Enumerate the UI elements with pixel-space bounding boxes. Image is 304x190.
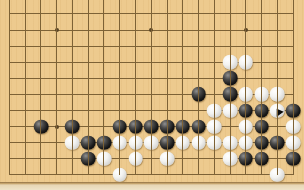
black-stone (191, 87, 206, 102)
board-intersection[interactable] (206, 135, 222, 151)
board-intersection[interactable] (175, 135, 191, 151)
board-intersection[interactable] (33, 151, 49, 167)
board-intersection[interactable] (143, 6, 159, 22)
board-intersection[interactable] (49, 119, 65, 135)
board-intersection[interactable] (17, 151, 33, 167)
white-stone (239, 55, 254, 70)
board-intersection[interactable] (2, 6, 18, 22)
board-intersection[interactable] (238, 119, 254, 135)
star-point (55, 125, 59, 129)
black-stone (81, 135, 96, 150)
board-intersection[interactable] (143, 151, 159, 167)
board-intersection[interactable] (96, 54, 112, 70)
black-stone (34, 119, 49, 134)
board-intersection[interactable] (206, 102, 222, 118)
last-move-marker-icon (277, 109, 284, 117)
board-intersection[interactable] (96, 22, 112, 38)
board-intersection[interactable] (191, 70, 207, 86)
board-intersection[interactable] (80, 86, 96, 102)
white-stone (207, 135, 222, 150)
board-intersection[interactable] (2, 38, 18, 54)
white-stone (270, 103, 285, 118)
board-intersection[interactable] (285, 167, 301, 183)
board-intersection[interactable] (238, 86, 254, 102)
board-intersection[interactable] (33, 102, 49, 118)
go-board (0, 0, 304, 190)
board-intersection[interactable] (159, 6, 175, 22)
board-intersection[interactable] (254, 151, 270, 167)
board-intersection[interactable] (112, 54, 128, 70)
board-intersection[interactable] (143, 119, 159, 135)
board-intersection[interactable] (254, 22, 270, 38)
black-stone (270, 135, 285, 150)
black-stone (144, 119, 159, 134)
board-intersection[interactable] (254, 167, 270, 183)
board-intersection[interactable] (49, 6, 65, 22)
board-intersection[interactable] (65, 6, 81, 22)
board-intersection[interactable] (33, 167, 49, 183)
board-intersection[interactable] (285, 6, 301, 22)
board-intersection[interactable] (238, 22, 254, 38)
board-intersection[interactable] (33, 38, 49, 54)
board-intersection[interactable] (159, 70, 175, 86)
board-intersection[interactable] (285, 86, 301, 102)
board-intersection[interactable] (159, 102, 175, 118)
board-intersection[interactable] (128, 151, 144, 167)
board-intersection[interactable] (65, 151, 81, 167)
board-intersection[interactable] (80, 167, 96, 183)
board-intersection[interactable] (65, 167, 81, 183)
board-intersection[interactable] (17, 70, 33, 86)
white-stone (128, 152, 143, 167)
board-intersection[interactable] (17, 6, 33, 22)
board-intersection[interactable] (270, 102, 286, 118)
white-stone (286, 119, 301, 134)
board-intersection[interactable] (222, 6, 238, 22)
white-stone (112, 168, 127, 183)
board-intersection[interactable] (159, 38, 175, 54)
white-stone (223, 135, 238, 150)
board-intersection[interactable] (206, 6, 222, 22)
board-intersection[interactable] (222, 135, 238, 151)
board-intersection[interactable] (270, 54, 286, 70)
board-intersection[interactable] (191, 151, 207, 167)
board-intersection[interactable] (175, 22, 191, 38)
board-intersection[interactable] (65, 70, 81, 86)
board-intersection[interactable] (238, 135, 254, 151)
star-point (149, 28, 153, 32)
black-stone (254, 103, 269, 118)
board-intersection[interactable] (49, 70, 65, 86)
board-intersection[interactable] (175, 6, 191, 22)
board-intersection[interactable] (96, 86, 112, 102)
board-intersection[interactable] (285, 102, 301, 118)
board-intersection[interactable] (65, 102, 81, 118)
white-stone (160, 152, 175, 167)
board-intersection[interactable] (96, 119, 112, 135)
board-intersection[interactable] (2, 119, 18, 135)
white-stone (128, 135, 143, 150)
board-intersection[interactable] (159, 54, 175, 70)
board-intersection[interactable] (17, 119, 33, 135)
board-intersection[interactable] (191, 6, 207, 22)
board-intersection[interactable] (270, 119, 286, 135)
board-intersection[interactable] (2, 22, 18, 38)
black-stone (239, 152, 254, 167)
board-intersection[interactable] (206, 54, 222, 70)
board-intersection[interactable] (80, 38, 96, 54)
board-intersection[interactable] (65, 22, 81, 38)
white-stone (286, 135, 301, 150)
black-stone (160, 135, 175, 150)
board-intersection[interactable] (112, 70, 128, 86)
board-intersection[interactable] (159, 135, 175, 151)
board-intersection[interactable] (191, 119, 207, 135)
board-intersection[interactable] (238, 6, 254, 22)
board-intersection[interactable] (65, 86, 81, 102)
board-intersection[interactable] (285, 38, 301, 54)
board-intersection[interactable] (222, 54, 238, 70)
white-stone (97, 152, 112, 167)
board-intersection[interactable] (80, 6, 96, 22)
board-intersection[interactable] (159, 119, 175, 135)
board-intersection[interactable] (254, 102, 270, 118)
board-intersection[interactable] (254, 6, 270, 22)
board-intersection[interactable] (96, 135, 112, 151)
white-stone (191, 135, 206, 150)
board-intersection[interactable] (285, 70, 301, 86)
board-intersection[interactable] (175, 102, 191, 118)
star-point (244, 28, 248, 32)
board-intersection[interactable] (17, 22, 33, 38)
board-intersection[interactable] (254, 54, 270, 70)
board-intersection[interactable] (49, 54, 65, 70)
board-intersection[interactable] (65, 135, 81, 151)
white-stone (239, 119, 254, 134)
black-stone (160, 119, 175, 134)
board-intersection[interactable] (222, 38, 238, 54)
board-intersection[interactable] (159, 167, 175, 183)
board-intersection[interactable] (191, 86, 207, 102)
white-stone (176, 135, 191, 150)
white-stone (65, 135, 80, 150)
board-intersection[interactable] (17, 38, 33, 54)
white-stone (223, 103, 238, 118)
board-intersection[interactable] (238, 54, 254, 70)
board-intersection[interactable] (33, 119, 49, 135)
board-intersection[interactable] (17, 102, 33, 118)
board-intersection[interactable] (80, 151, 96, 167)
board-intersection[interactable] (128, 6, 144, 22)
board-intersection[interactable] (2, 86, 18, 102)
board-intersection[interactable] (270, 167, 286, 183)
board-intersection[interactable] (96, 167, 112, 183)
board-intersection[interactable] (2, 54, 18, 70)
board-intersection[interactable] (2, 135, 18, 151)
board-intersection[interactable] (17, 54, 33, 70)
board-intersection[interactable] (206, 38, 222, 54)
black-stone (286, 103, 301, 118)
board-intersection[interactable] (191, 54, 207, 70)
board-intersection[interactable] (270, 38, 286, 54)
board-intersection[interactable] (191, 102, 207, 118)
go-board-grid[interactable] (2, 0, 302, 183)
board-intersection[interactable] (175, 167, 191, 183)
board-intersection[interactable] (143, 38, 159, 54)
board-intersection[interactable] (112, 167, 128, 183)
board-intersection[interactable] (285, 54, 301, 70)
white-stone (270, 87, 285, 102)
board-intersection[interactable] (80, 119, 96, 135)
board-intersection[interactable] (270, 135, 286, 151)
board-intersection[interactable] (222, 70, 238, 86)
board-intersection[interactable] (96, 151, 112, 167)
board-intersection[interactable] (128, 102, 144, 118)
board-intersection[interactable] (222, 167, 238, 183)
board-intersection[interactable] (96, 102, 112, 118)
board-intersection[interactable] (80, 70, 96, 86)
board-intersection[interactable] (33, 6, 49, 22)
board-intersection[interactable] (191, 22, 207, 38)
board-intersection[interactable] (128, 70, 144, 86)
board-intersection[interactable] (222, 86, 238, 102)
board-intersection[interactable] (96, 38, 112, 54)
board-intersection[interactable] (254, 86, 270, 102)
board-intersection[interactable] (206, 22, 222, 38)
board-intersection[interactable] (238, 38, 254, 54)
board-intersection[interactable] (159, 151, 175, 167)
board-intersection[interactable] (49, 22, 65, 38)
black-stone (286, 152, 301, 167)
white-stone (223, 152, 238, 167)
black-stone (254, 152, 269, 167)
white-stone (112, 135, 127, 150)
board-intersection[interactable] (175, 119, 191, 135)
board-intersection[interactable] (2, 70, 18, 86)
board-intersection[interactable] (159, 86, 175, 102)
white-stone (270, 168, 285, 183)
board-intersection[interactable] (2, 151, 18, 167)
black-stone (223, 87, 238, 102)
board-intersection[interactable] (128, 167, 144, 183)
board-intersection[interactable] (33, 135, 49, 151)
board-intersection[interactable] (128, 86, 144, 102)
black-stone (65, 119, 80, 134)
board-intersection[interactable] (206, 70, 222, 86)
board-intersection[interactable] (143, 86, 159, 102)
board-intersection[interactable] (270, 6, 286, 22)
board-intersection[interactable] (49, 135, 65, 151)
board-intersection[interactable] (143, 54, 159, 70)
black-stone (254, 135, 269, 150)
board-intersection[interactable] (191, 135, 207, 151)
board-intersection[interactable] (270, 22, 286, 38)
board-intersection[interactable] (285, 119, 301, 135)
board-intersection[interactable] (80, 22, 96, 38)
black-stone (239, 103, 254, 118)
white-stone (144, 135, 159, 150)
board-intersection[interactable] (80, 54, 96, 70)
black-stone (191, 119, 206, 134)
board-intersection[interactable] (128, 38, 144, 54)
board-intersection[interactable] (112, 102, 128, 118)
white-stone (239, 87, 254, 102)
board-intersection[interactable] (222, 151, 238, 167)
board-intersection[interactable] (143, 167, 159, 183)
board-intersection[interactable] (238, 167, 254, 183)
board-intersection[interactable] (206, 119, 222, 135)
board-intersection[interactable] (17, 135, 33, 151)
board-intersection[interactable] (65, 54, 81, 70)
board-intersection[interactable] (270, 70, 286, 86)
board-intersection[interactable] (112, 6, 128, 22)
board-intersection[interactable] (112, 119, 128, 135)
board-intersection[interactable] (96, 70, 112, 86)
board-intersection[interactable] (96, 6, 112, 22)
board-intersection[interactable] (175, 151, 191, 167)
board-intersection[interactable] (143, 22, 159, 38)
white-stone (239, 135, 254, 150)
board-intersection[interactable] (270, 151, 286, 167)
board-intersection[interactable] (49, 38, 65, 54)
board-intersection[interactable] (49, 86, 65, 102)
board-intersection[interactable] (238, 151, 254, 167)
board-intersection[interactable] (285, 151, 301, 167)
board-intersection[interactable] (238, 102, 254, 118)
board-intersection[interactable] (285, 135, 301, 151)
board-intersection[interactable] (222, 102, 238, 118)
board-intersection[interactable] (238, 70, 254, 86)
white-stone (223, 55, 238, 70)
board-intersection[interactable] (206, 86, 222, 102)
board-intersection[interactable] (270, 86, 286, 102)
board-intersection[interactable] (254, 119, 270, 135)
board-intersection[interactable] (206, 151, 222, 167)
board-intersection[interactable] (159, 22, 175, 38)
board-intersection[interactable] (112, 135, 128, 151)
board-front-edge (0, 182, 304, 190)
board-intersection[interactable] (128, 135, 144, 151)
white-stone (254, 87, 269, 102)
black-stone (128, 119, 143, 134)
board-intersection[interactable] (191, 167, 207, 183)
board-intersection[interactable] (17, 86, 33, 102)
white-stone (207, 103, 222, 118)
black-stone (112, 119, 127, 134)
black-stone (97, 135, 112, 150)
board-intersection[interactable] (2, 167, 18, 183)
board-intersection[interactable] (112, 22, 128, 38)
board-intersection[interactable] (175, 86, 191, 102)
board-intersection[interactable] (128, 22, 144, 38)
board-intersection[interactable] (254, 135, 270, 151)
black-stone (176, 119, 191, 134)
black-stone (81, 152, 96, 167)
board-intersection[interactable] (2, 102, 18, 118)
board-intersection[interactable] (112, 151, 128, 167)
board-intersection[interactable] (49, 167, 65, 183)
board-intersection[interactable] (143, 135, 159, 151)
board-intersection[interactable] (33, 70, 49, 86)
board-intersection[interactable] (33, 54, 49, 70)
board-intersection[interactable] (191, 38, 207, 54)
board-intersection[interactable] (175, 70, 191, 86)
board-intersection[interactable] (49, 102, 65, 118)
board-intersection[interactable] (143, 70, 159, 86)
board-intersection[interactable] (143, 102, 159, 118)
board-intersection[interactable] (254, 38, 270, 54)
board-intersection[interactable] (206, 167, 222, 183)
board-intersection[interactable] (33, 22, 49, 38)
board-intersection[interactable] (254, 70, 270, 86)
board-intersection[interactable] (112, 38, 128, 54)
board-intersection[interactable] (128, 119, 144, 135)
board-intersection[interactable] (285, 22, 301, 38)
board-intersection[interactable] (33, 86, 49, 102)
black-stone (223, 71, 238, 86)
board-intersection[interactable] (80, 102, 96, 118)
board-intersection[interactable] (222, 22, 238, 38)
board-intersection[interactable] (49, 151, 65, 167)
black-stone (254, 119, 269, 134)
board-intersection[interactable] (175, 54, 191, 70)
board-intersection[interactable] (65, 119, 81, 135)
board-intersection[interactable] (65, 38, 81, 54)
board-intersection[interactable] (128, 54, 144, 70)
board-intersection[interactable] (222, 119, 238, 135)
board-intersection[interactable] (17, 167, 33, 183)
board-intersection[interactable] (175, 38, 191, 54)
white-stone (207, 119, 222, 134)
board-intersection[interactable] (112, 86, 128, 102)
star-point (55, 28, 59, 32)
board-intersection[interactable] (80, 135, 96, 151)
